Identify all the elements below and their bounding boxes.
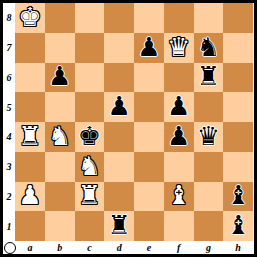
square-e6[interactable] [134, 63, 164, 93]
black-pawn-d5: ♟ [107, 93, 130, 119]
square-c3[interactable]: ♞ [75, 152, 105, 182]
square-e3[interactable] [134, 152, 164, 182]
square-b4[interactable]: ♞ [45, 122, 75, 152]
white-rook-a4: ♜ [18, 123, 41, 149]
square-g2[interactable] [194, 182, 224, 212]
rank-label-4: 4 [3, 122, 15, 152]
square-d5[interactable]: ♟ [104, 92, 134, 122]
square-g6[interactable]: ♜ [194, 63, 224, 93]
square-b6[interactable]: ♟ [45, 63, 75, 93]
file-label-d: d [104, 241, 134, 254]
rank-label-2: 2 [3, 182, 15, 212]
square-d7[interactable] [104, 33, 134, 63]
square-b1[interactable] [45, 211, 75, 241]
rank-labels: 87654321 [3, 3, 15, 241]
square-f5[interactable]: ♟ [164, 92, 194, 122]
square-h1[interactable]: ♝ [223, 211, 253, 241]
square-c1[interactable] [75, 211, 105, 241]
file-label-g: g [194, 241, 224, 254]
square-c6[interactable] [75, 63, 105, 93]
white-king-a8: ♚ [18, 4, 41, 30]
square-f6[interactable] [164, 63, 194, 93]
square-h5[interactable] [223, 92, 253, 122]
black-pawn-b6: ♟ [48, 63, 71, 89]
square-g8[interactable] [194, 3, 224, 33]
black-bishop-h2: ♝ [226, 182, 249, 208]
chess-board: ♚♟♛♞♟♜♟♟♜♞♚♟♛♞♟♜♝♝♜♝ [15, 3, 253, 241]
square-b8[interactable] [45, 3, 75, 33]
black-rook-d1: ♜ [107, 212, 130, 238]
square-a5[interactable] [15, 92, 45, 122]
square-b5[interactable] [45, 92, 75, 122]
square-h8[interactable] [223, 3, 253, 33]
square-a4[interactable]: ♜ [15, 122, 45, 152]
square-g3[interactable] [194, 152, 224, 182]
square-f7[interactable]: ♛ [164, 33, 194, 63]
white-knight-b4: ♞ [48, 123, 71, 149]
square-c5[interactable] [75, 92, 105, 122]
black-queen-g4: ♛ [197, 123, 220, 149]
square-c2[interactable]: ♜ [75, 182, 105, 212]
black-pawn-f5: ♟ [167, 93, 190, 119]
square-d4[interactable] [104, 122, 134, 152]
square-f3[interactable] [164, 152, 194, 182]
rank-label-6: 6 [3, 63, 15, 93]
white-queen-f7: ♛ [167, 34, 190, 60]
square-b3[interactable] [45, 152, 75, 182]
square-f2[interactable]: ♝ [164, 182, 194, 212]
square-h2[interactable]: ♝ [223, 182, 253, 212]
black-pawn-e7: ♟ [137, 34, 160, 60]
square-g1[interactable] [194, 211, 224, 241]
square-g7[interactable]: ♞ [194, 33, 224, 63]
white-to-move-indicator [4, 242, 16, 254]
square-d6[interactable] [104, 63, 134, 93]
square-e2[interactable] [134, 182, 164, 212]
white-bishop-f2: ♝ [167, 182, 190, 208]
square-a8[interactable]: ♚ [15, 3, 45, 33]
rank-label-8: 8 [3, 3, 15, 33]
square-f1[interactable] [164, 211, 194, 241]
black-bishop-h1: ♝ [226, 212, 249, 238]
square-h7[interactable] [223, 33, 253, 63]
white-knight-c3: ♞ [78, 153, 101, 179]
square-c4[interactable]: ♚ [75, 122, 105, 152]
square-d8[interactable] [104, 3, 134, 33]
square-f4[interactable]: ♟ [164, 122, 194, 152]
rank-label-5: 5 [3, 92, 15, 122]
square-e1[interactable] [134, 211, 164, 241]
square-d2[interactable] [104, 182, 134, 212]
square-c7[interactable] [75, 33, 105, 63]
square-a2[interactable]: ♟ [15, 182, 45, 212]
file-label-c: c [75, 241, 105, 254]
file-label-f: f [164, 241, 194, 254]
square-h3[interactable] [223, 152, 253, 182]
chess-diagram: 87654321 ♚♟♛♞♟♜♟♟♜♞♚♟♛♞♟♜♝♝♜♝ abcdefgh [0, 0, 257, 257]
square-e5[interactable] [134, 92, 164, 122]
black-pawn-f4: ♟ [167, 123, 190, 149]
square-b2[interactable] [45, 182, 75, 212]
square-a7[interactable] [15, 33, 45, 63]
file-labels: abcdefgh [15, 241, 253, 254]
square-a6[interactable] [15, 63, 45, 93]
rank-label-3: 3 [3, 152, 15, 182]
square-a3[interactable] [15, 152, 45, 182]
file-label-h: h [223, 241, 253, 254]
black-rook-g6: ♜ [197, 63, 220, 89]
black-king-c4: ♚ [78, 123, 101, 149]
square-e7[interactable]: ♟ [134, 33, 164, 63]
white-rook-c2: ♜ [78, 182, 101, 208]
square-g5[interactable] [194, 92, 224, 122]
white-pawn-a2: ♟ [18, 182, 41, 208]
square-e4[interactable] [134, 122, 164, 152]
square-f8[interactable] [164, 3, 194, 33]
square-b7[interactable] [45, 33, 75, 63]
file-label-e: e [134, 241, 164, 254]
rank-label-1: 1 [3, 211, 15, 241]
square-d3[interactable] [104, 152, 134, 182]
black-knight-g7: ♞ [197, 34, 220, 60]
square-a1[interactable] [15, 211, 45, 241]
square-e8[interactable] [134, 3, 164, 33]
rank-label-7: 7 [3, 33, 15, 63]
square-c8[interactable] [75, 3, 105, 33]
square-d1[interactable]: ♜ [104, 211, 134, 241]
square-g4[interactable]: ♛ [194, 122, 224, 152]
file-label-b: b [45, 241, 75, 254]
square-h4[interactable] [223, 122, 253, 152]
square-h6[interactable] [223, 63, 253, 93]
file-label-a: a [15, 241, 45, 254]
